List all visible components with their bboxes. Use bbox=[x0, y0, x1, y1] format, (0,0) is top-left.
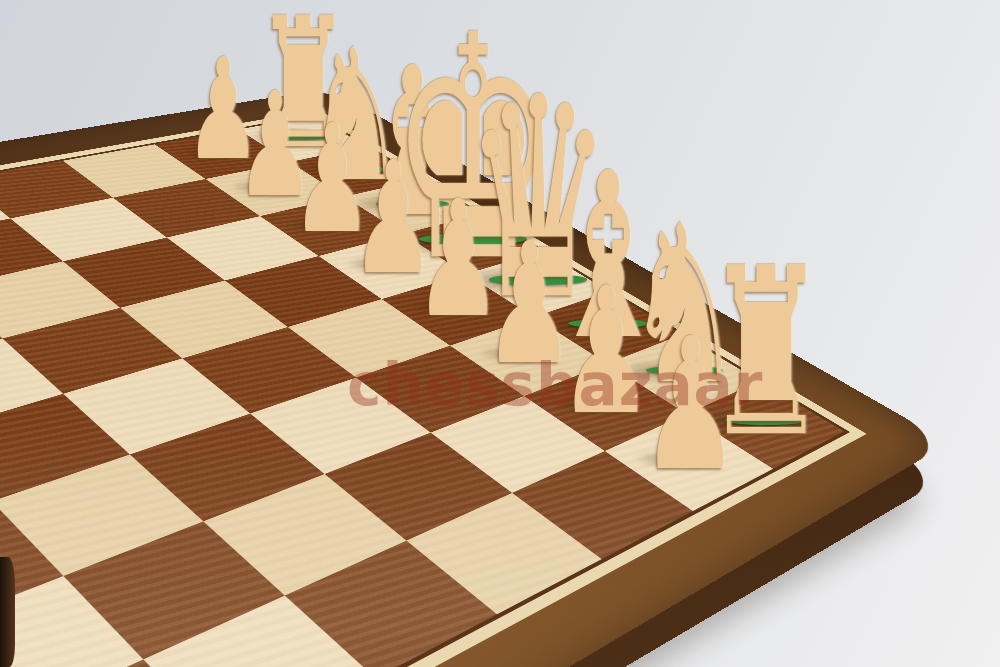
partial-dark-piece bbox=[0, 557, 15, 667]
pawn-glyph: ♟ bbox=[641, 314, 739, 496]
pawn-glyph: ♟ bbox=[559, 265, 653, 440]
chessboard-product-photo: ♜♞♝♚♛♝♞♜♟♟♟♟♟♟♟♟ chessbazaar bbox=[0, 0, 1000, 667]
pieces-layer: ♜♞♝♚♛♝♞♜♟♟♟♟♟♟♟♟ bbox=[0, 0, 1000, 667]
